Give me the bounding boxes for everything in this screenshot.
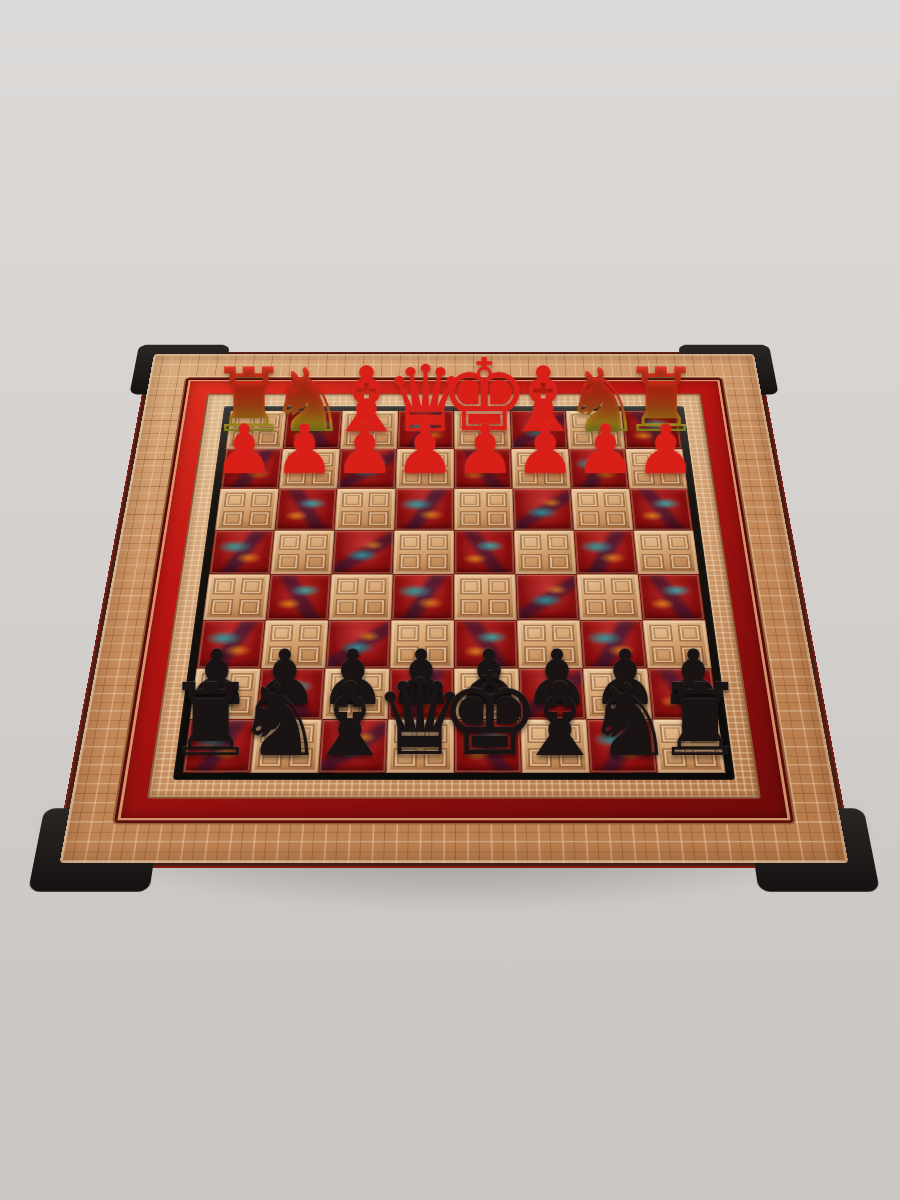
square-a6 (642, 620, 711, 668)
greek-key-motif (459, 492, 508, 526)
greek-key-motif (526, 724, 583, 768)
square-a1 (621, 411, 682, 449)
chess-board (55, 353, 853, 866)
square-a4 (633, 530, 699, 574)
greek-key-motif (284, 452, 334, 485)
square-f3 (334, 489, 395, 531)
greek-key-motif (576, 492, 627, 526)
square-a7 (647, 668, 718, 719)
square-e2 (396, 449, 454, 489)
greek-key-motif (209, 578, 264, 616)
square-e7 (388, 668, 454, 719)
square-f5 (328, 574, 392, 620)
square-d8 (454, 719, 522, 773)
square-g7 (256, 668, 325, 719)
square-e6 (390, 620, 454, 668)
playing-area (182, 411, 725, 773)
square-g5 (266, 574, 332, 620)
greek-key-motif (639, 534, 693, 570)
greek-key-motif (401, 452, 449, 485)
photo-scene: ♜♞♝♛♚♝♞♜♟♟♟♟♟♟♟♟♟♟♟♟♟♟♟♟♜♞♝♛♚♝♞♜ (0, 0, 900, 1200)
square-d2 (454, 449, 512, 489)
square-c6 (517, 620, 583, 668)
square-d5 (454, 574, 517, 620)
greek-key-motif (334, 578, 387, 616)
square-d6 (454, 620, 518, 668)
greek-key-motif (460, 673, 514, 715)
greek-key-motif (523, 624, 577, 663)
square-b3 (571, 489, 634, 531)
greek-key-motif (631, 452, 682, 485)
greek-key-motif (396, 624, 449, 663)
square-h4 (209, 530, 275, 574)
square-h6 (196, 620, 265, 668)
square-h2 (220, 449, 282, 489)
greek-key-motif (328, 673, 383, 715)
square-c8 (520, 719, 590, 773)
square-e4 (393, 530, 454, 574)
square-h3 (215, 489, 279, 531)
square-b7 (583, 668, 652, 719)
square-f2 (337, 449, 397, 489)
greek-key-motif (571, 414, 620, 445)
square-b8 (586, 719, 657, 773)
square-b6 (580, 620, 648, 668)
greek-key-motif (267, 624, 322, 663)
greek-key-motif (582, 578, 636, 616)
square-e8 (386, 719, 454, 773)
greek-key-motif (257, 724, 315, 768)
greek-key-motif (276, 534, 328, 570)
square-h8 (182, 719, 255, 773)
square-f4 (331, 530, 394, 574)
square-e5 (391, 574, 454, 620)
greek-key-motif (519, 534, 570, 570)
square-g6 (261, 620, 329, 668)
square-g8 (250, 719, 321, 773)
square-f7 (322, 668, 390, 719)
square-d7 (454, 668, 520, 719)
square-f1 (340, 411, 398, 449)
square-h5 (203, 574, 270, 620)
square-c1 (510, 411, 568, 449)
square-g2 (279, 449, 340, 489)
square-c4 (514, 530, 577, 574)
greek-key-motif (345, 414, 393, 445)
square-h1 (226, 411, 287, 449)
square-a8 (652, 719, 725, 773)
square-b5 (577, 574, 643, 620)
greek-key-motif (392, 724, 447, 768)
greek-key-motif (649, 624, 706, 663)
square-c7 (518, 668, 586, 719)
greek-key-motif (196, 673, 254, 715)
square-c5 (515, 574, 579, 620)
square-b2 (568, 449, 629, 489)
square-c2 (511, 449, 571, 489)
square-f6 (325, 620, 391, 668)
square-g4 (270, 530, 334, 574)
square-d3 (454, 489, 514, 531)
square-g1 (283, 411, 343, 449)
square-f8 (318, 719, 388, 773)
square-a3 (629, 489, 693, 531)
square-d1 (454, 411, 511, 449)
square-h7 (190, 668, 261, 719)
square-b4 (574, 530, 638, 574)
greek-key-motif (231, 414, 281, 445)
square-d4 (454, 530, 515, 574)
greek-key-motif (340, 492, 390, 526)
square-e1 (397, 411, 454, 449)
square-g3 (275, 489, 338, 531)
greek-key-motif (398, 534, 448, 570)
greek-key-motif (221, 492, 273, 526)
greek-key-motif (459, 414, 506, 445)
square-b1 (566, 411, 626, 449)
square-a5 (638, 574, 705, 620)
greek-key-motif (516, 452, 565, 485)
greek-key-motif (659, 724, 719, 768)
greek-key-motif (460, 578, 511, 616)
square-e3 (394, 489, 454, 531)
square-a2 (625, 449, 687, 489)
square-c3 (512, 489, 573, 531)
greek-key-motif (589, 673, 646, 715)
